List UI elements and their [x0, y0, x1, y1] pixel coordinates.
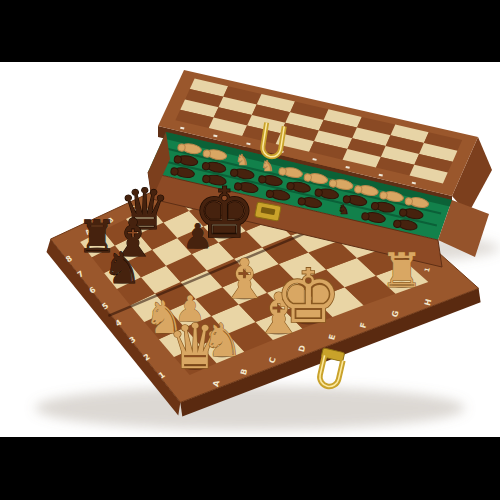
stored-piece: ♞ — [338, 202, 350, 217]
letterbox-bar-top — [0, 0, 500, 62]
stored-piece: ♞ — [261, 157, 274, 175]
chess-piece: ♚ — [275, 253, 341, 339]
chess-piece: ♜ — [380, 242, 423, 298]
stored-piece: ♞ — [235, 151, 248, 169]
board-floor-shadow — [35, 386, 465, 430]
chess-piece: ♞ — [103, 243, 142, 293]
chess-set-photo: AABBCCDDEEFFGGHH1122334455667788♞♞♞♜♛♝♞♟… — [0, 0, 500, 500]
chess-piece: ♚ — [193, 172, 255, 253]
chess-piece: ♞ — [201, 313, 242, 367]
letterbox-bar-bottom — [0, 437, 500, 500]
scene-canvas: AABBCCDDEEFFGGHH1122334455667788♞♞♞♜♛♝♞♟… — [0, 0, 500, 500]
